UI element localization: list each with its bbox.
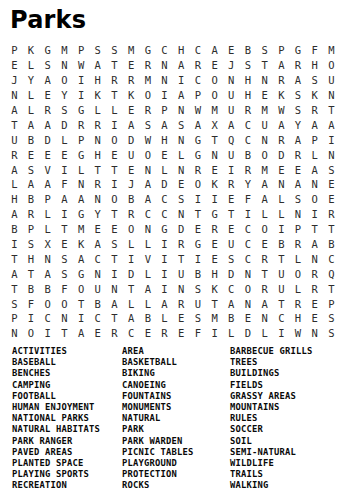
grid-cell: U <box>223 88 240 103</box>
grid-cell: D <box>156 177 173 192</box>
grid-cell: I <box>190 251 207 266</box>
grid-cell: M <box>56 43 73 58</box>
grid-cell: R <box>290 296 307 311</box>
grid-cell: F <box>56 177 73 192</box>
word-list-column-3: BARBECUE GRILLSTREESBUILDINGSFIELDSGRASS… <box>230 346 354 492</box>
grid-cell: I <box>190 192 207 207</box>
grid-cell: B <box>140 311 157 326</box>
grid-cell: B <box>240 43 257 58</box>
grid-cell: W <box>140 132 157 147</box>
grid-cell: M <box>206 103 223 118</box>
grid-cell: E <box>89 222 106 237</box>
grid-cell: N <box>56 58 73 73</box>
grid-cell: O <box>256 147 273 162</box>
page-title: Parks <box>10 6 86 34</box>
grid-cell: I <box>73 73 90 88</box>
grid-cell: E <box>206 58 223 73</box>
grid-cell: R <box>140 103 157 118</box>
grid-cell: M <box>256 103 273 118</box>
grid-cell: K <box>73 237 90 252</box>
grid-cell: Q <box>323 266 340 281</box>
word-list: ACTIVITIESBASEBALLBENCHESCAMPINGFOOTBALL… <box>12 346 354 492</box>
grid-cell: P <box>323 296 340 311</box>
grid-cell: S <box>106 237 123 252</box>
grid-cell: R <box>73 117 90 132</box>
word-list-item: FOOTBALL <box>12 391 122 402</box>
grid-cell: L <box>140 296 157 311</box>
word-list-item: BASKETBALL <box>122 357 230 368</box>
grid-cell: T <box>323 222 340 237</box>
grid-cell: T <box>106 311 123 326</box>
grid-cell: T <box>89 162 106 177</box>
grid-cell: O <box>23 326 40 341</box>
grid-cell: N <box>256 132 273 147</box>
word-list-column-2: AREABASKETBALLBIKINGCANOEINGFOUNTAINSMON… <box>122 346 230 492</box>
grid-cell: A <box>223 296 240 311</box>
grid-cell: N <box>39 251 56 266</box>
grid-cell: R <box>290 237 307 252</box>
grid-cell: S <box>173 117 190 132</box>
grid-cell: N <box>256 73 273 88</box>
grid-cell: M <box>256 162 273 177</box>
grid-cell: O <box>56 296 73 311</box>
grid-cell: R <box>273 132 290 147</box>
grid-cell: V <box>39 162 56 177</box>
word-list-item: WALKING <box>230 480 354 491</box>
grid-cell: L <box>223 326 240 341</box>
grid-cell: N <box>206 147 223 162</box>
grid-cell: A <box>39 73 56 88</box>
grid-cell: N <box>89 192 106 207</box>
grid-cell: C <box>156 192 173 207</box>
word-list-item: BENCHES <box>12 368 122 379</box>
grid-cell: U <box>6 132 23 147</box>
grid-cell: E <box>56 237 73 252</box>
grid-cell: A <box>23 117 40 132</box>
grid-cell: U <box>173 266 190 281</box>
word-list-item: AREA <box>122 346 230 357</box>
grid-cell: O <box>256 222 273 237</box>
grid-cell: G <box>39 43 56 58</box>
grid-cell: T <box>23 266 40 281</box>
grid-cell: N <box>323 147 340 162</box>
grid-cell: P <box>23 222 40 237</box>
grid-cell: H <box>240 73 257 88</box>
grid-cell: Y <box>290 117 307 132</box>
grid-cell: C <box>190 73 207 88</box>
grid-cell: A <box>23 177 40 192</box>
grid-cell: T <box>223 207 240 222</box>
grid-cell: A <box>156 296 173 311</box>
grid-cell: P <box>273 43 290 58</box>
grid-cell: A <box>123 311 140 326</box>
grid-cell: C <box>190 43 207 58</box>
grid-cell: M <box>123 43 140 58</box>
grid-cell: T <box>106 88 123 103</box>
word-list-item: FIELDS <box>230 380 354 391</box>
word-list-item: NATURAL <box>122 413 230 424</box>
grid-cell: P <box>6 43 23 58</box>
grid-cell: S <box>256 43 273 58</box>
grid-cell: L <box>23 88 40 103</box>
grid-cell: R <box>123 207 140 222</box>
grid-cell: G <box>190 237 207 252</box>
grid-cell: S <box>56 103 73 118</box>
grid-cell: E <box>39 147 56 162</box>
grid-cell: T <box>273 251 290 266</box>
grid-cell: H <box>290 311 307 326</box>
grid-cell: B <box>323 237 340 252</box>
grid-cell: C <box>156 207 173 222</box>
grid-cell: R <box>290 147 307 162</box>
word-list-item: BUILDINGS <box>230 368 354 379</box>
grid-cell: O <box>190 177 207 192</box>
grid-cell: O <box>106 132 123 147</box>
grid-cell: I <box>156 251 173 266</box>
grid-cell: L <box>273 192 290 207</box>
grid-cell: C <box>240 117 257 132</box>
grid-cell: C <box>240 237 257 252</box>
grid-cell: C <box>123 326 140 341</box>
grid-cell: A <box>290 177 307 192</box>
grid-cell: E <box>190 222 207 237</box>
grid-cell: B <box>273 237 290 252</box>
grid-cell: H <box>306 58 323 73</box>
grid-cell: R <box>89 117 106 132</box>
grid-cell: I <box>106 177 123 192</box>
grid-cell: K <box>23 43 40 58</box>
grid-cell: U <box>123 147 140 162</box>
grid-cell: A <box>6 162 23 177</box>
grid-cell: L <box>123 296 140 311</box>
grid-cell: E <box>56 147 73 162</box>
grid-cell: G <box>290 43 307 58</box>
grid-cell: S <box>23 237 40 252</box>
grid-cell: N <box>89 132 106 147</box>
grid-cell: O <box>206 73 223 88</box>
grid-cell: A <box>106 296 123 311</box>
grid-cell: G <box>190 147 207 162</box>
grid-cell: F <box>56 281 73 296</box>
grid-cell: E <box>123 58 140 73</box>
grid-cell: A <box>290 73 307 88</box>
grid-cell: D <box>123 132 140 147</box>
grid-cell: N <box>140 222 157 237</box>
grid-cell: A <box>6 103 23 118</box>
grid-cell: S <box>290 103 307 118</box>
grid-cell: E <box>23 147 40 162</box>
word-list-item: SOCCER <box>230 424 354 435</box>
grid-cell: T <box>173 251 190 266</box>
grid-cell: E <box>206 251 223 266</box>
grid-cell: F <box>190 326 207 341</box>
grid-cell: S <box>190 281 207 296</box>
grid-cell: L <box>290 281 307 296</box>
grid-cell: N <box>223 73 240 88</box>
grid-cell: A <box>39 266 56 281</box>
grid-cell: M <box>73 222 90 237</box>
grid-cell: E <box>173 326 190 341</box>
grid-cell: O <box>106 192 123 207</box>
grid-cell: I <box>156 88 173 103</box>
grid-cell: B <box>6 222 23 237</box>
grid-cell: G <box>190 132 207 147</box>
grid-cell: P <box>290 222 307 237</box>
grid-cell: A <box>123 117 140 132</box>
grid-cell: N <box>273 177 290 192</box>
word-list-item: PARK RANGER <box>12 436 122 447</box>
grid-cell: K <box>206 177 223 192</box>
grid-cell: I <box>73 311 90 326</box>
grid-cell: R <box>206 222 223 237</box>
grid-cell: N <box>156 73 173 88</box>
grid-cell: A <box>56 192 73 207</box>
grid-cell: R <box>256 251 273 266</box>
grid-cell: N <box>256 311 273 326</box>
grid-cell: I <box>56 207 73 222</box>
grid-cell: J <box>6 73 23 88</box>
grid-cell: W <box>290 326 307 341</box>
grid-cell: E <box>323 192 340 207</box>
grid-cell: E <box>206 237 223 252</box>
grid-cell: A <box>6 266 23 281</box>
grid-cell: E <box>256 88 273 103</box>
grid-cell: E <box>223 192 240 207</box>
grid-cell: T <box>306 222 323 237</box>
grid-cell: E <box>140 326 157 341</box>
grid-cell: G <box>73 266 90 281</box>
grid-cell: C <box>156 43 173 58</box>
grid-cell: I <box>123 251 140 266</box>
grid-cell: E <box>323 177 340 192</box>
grid-cell: L <box>56 132 73 147</box>
grid-cell: O <box>140 147 157 162</box>
word-list-item: PAVED AREAS <box>12 447 122 458</box>
grid-cell: L <box>156 311 173 326</box>
grid-cell: E <box>240 311 257 326</box>
grid-cell: I <box>106 117 123 132</box>
grid-cell: I <box>273 222 290 237</box>
grid-cell: G <box>206 207 223 222</box>
grid-cell: C <box>240 132 257 147</box>
grid-cell: T <box>190 207 207 222</box>
grid-cell: L <box>290 251 307 266</box>
grid-cell: D <box>123 266 140 281</box>
grid-cell: S <box>223 251 240 266</box>
grid-cell: N <box>240 296 257 311</box>
grid-cell: B <box>23 132 40 147</box>
grid-cell: F <box>306 43 323 58</box>
grid-cell: E <box>123 162 140 177</box>
grid-cell: N <box>306 326 323 341</box>
grid-cell: T <box>323 281 340 296</box>
grid-cell: I <box>173 73 190 88</box>
grid-cell: P <box>306 132 323 147</box>
grid-cell: S <box>240 58 257 73</box>
grid-cell: A <box>73 251 90 266</box>
grid-cell: R <box>173 237 190 252</box>
grid-cell: C <box>240 251 257 266</box>
grid-cell: T <box>206 132 223 147</box>
word-list-item: SEMI-NATURAL <box>230 447 354 458</box>
grid-cell: N <box>173 162 190 177</box>
grid-cell: A <box>256 296 273 311</box>
grid-cell: L <box>6 177 23 192</box>
grid-cell: A <box>89 58 106 73</box>
grid-cell: R <box>106 73 123 88</box>
grid-cell: L <box>140 266 157 281</box>
word-search-grid: PKGMPSSMGCHCAEBSPGFMELSNWATERNAREJSTARHO… <box>6 43 340 341</box>
grid-cell: E <box>39 88 56 103</box>
word-list-item: PLAYING SPORTS <box>12 469 122 480</box>
grid-cell: U <box>89 281 106 296</box>
grid-cell: H <box>89 147 106 162</box>
grid-cell: U <box>223 237 240 252</box>
grid-cell: S <box>323 326 340 341</box>
grid-cell: I <box>206 326 223 341</box>
grid-cell: A <box>140 281 157 296</box>
grid-cell: L <box>273 207 290 222</box>
grid-cell: L <box>173 147 190 162</box>
grid-cell: E <box>223 43 240 58</box>
grid-cell: N <box>173 207 190 222</box>
grid-cell: I <box>73 88 90 103</box>
grid-cell: E <box>89 326 106 341</box>
grid-cell: R <box>290 58 307 73</box>
grid-cell: C <box>89 251 106 266</box>
grid-cell: N <box>290 207 307 222</box>
grid-cell: A <box>256 192 273 207</box>
grid-cell: Y <box>89 207 106 222</box>
word-list-item: PROTECTION <box>122 469 230 480</box>
grid-cell: R <box>23 207 40 222</box>
grid-cell: A <box>39 177 56 192</box>
grid-cell: M <box>323 43 340 58</box>
word-list-item: PLANTED SPACE <box>12 458 122 469</box>
grid-cell: C <box>140 207 157 222</box>
grid-cell: H <box>156 132 173 147</box>
grid-cell: S <box>323 162 340 177</box>
word-list-item: BARBECUE GRILLS <box>230 346 354 357</box>
grid-cell: S <box>290 192 307 207</box>
grid-cell: T <box>323 103 340 118</box>
grid-cell: E <box>6 58 23 73</box>
word-list-item: RULES <box>230 413 354 424</box>
grid-cell: D <box>56 117 73 132</box>
grid-cell: N <box>240 266 257 281</box>
grid-cell: T <box>56 222 73 237</box>
grid-cell: B <box>89 296 106 311</box>
grid-cell: P <box>39 192 56 207</box>
grid-cell: A <box>306 237 323 252</box>
grid-cell: N <box>173 281 190 296</box>
grid-cell: C <box>39 311 56 326</box>
grid-cell: A <box>306 162 323 177</box>
grid-cell: C <box>323 251 340 266</box>
grid-cell: R <box>140 58 157 73</box>
grid-cell: C <box>273 311 290 326</box>
grid-cell: B <box>223 311 240 326</box>
grid-cell: T <box>73 296 90 311</box>
grid-cell: C <box>89 311 106 326</box>
grid-cell: I <box>206 192 223 207</box>
grid-cell: A <box>223 117 240 132</box>
grid-cell: E <box>206 162 223 177</box>
grid-cell: S <box>290 88 307 103</box>
grid-cell: R <box>306 103 323 118</box>
grid-cell: Y <box>240 177 257 192</box>
grid-cell: A <box>290 132 307 147</box>
grid-cell: A <box>73 326 90 341</box>
grid-cell: I <box>106 266 123 281</box>
grid-cell: T <box>256 266 273 281</box>
grid-cell: X <box>39 237 56 252</box>
word-list-column-1: ACTIVITIESBASEBALLBENCHESCAMPINGFOOTBALL… <box>12 346 122 492</box>
grid-cell: N <box>323 88 340 103</box>
grid-cell: N <box>6 326 23 341</box>
grid-cell: R <box>256 281 273 296</box>
grid-cell: O <box>123 222 140 237</box>
grid-cell: O <box>56 73 73 88</box>
grid-cell: D <box>240 326 257 341</box>
grid-cell: A <box>306 117 323 132</box>
grid-cell: L <box>256 326 273 341</box>
word-list-item: BIKING <box>122 368 230 379</box>
grid-cell: P <box>6 311 23 326</box>
grid-cell: I <box>56 162 73 177</box>
grid-cell: S <box>23 162 40 177</box>
grid-cell: G <box>140 43 157 58</box>
grid-cell: F <box>240 192 257 207</box>
grid-cell: A <box>273 58 290 73</box>
grid-cell: L <box>123 237 140 252</box>
grid-cell: H <box>6 192 23 207</box>
grid-cell: E <box>106 222 123 237</box>
grid-cell: P <box>73 132 90 147</box>
grid-cell: O <box>140 88 157 103</box>
word-list-item: CANOEING <box>122 380 230 391</box>
grid-cell: R <box>323 207 340 222</box>
grid-cell: S <box>140 117 157 132</box>
grid-cell: R <box>156 326 173 341</box>
grid-cell: A <box>173 58 190 73</box>
grid-cell: R <box>173 296 190 311</box>
grid-cell: S <box>56 266 73 281</box>
grid-cell: G <box>156 222 173 237</box>
grid-cell: N <box>306 177 323 192</box>
grid-cell: K <box>206 281 223 296</box>
grid-cell: L <box>89 103 106 118</box>
grid-cell: S <box>56 251 73 266</box>
word-list-item: ROCKS <box>122 480 230 491</box>
grid-cell: P <box>190 88 207 103</box>
grid-cell: S <box>89 43 106 58</box>
grid-cell: R <box>106 326 123 341</box>
grid-cell: A <box>173 88 190 103</box>
grid-cell: T <box>273 296 290 311</box>
grid-cell: H <box>173 43 190 58</box>
grid-cell: J <box>123 177 140 192</box>
grid-cell: C <box>223 281 240 296</box>
grid-cell: J <box>223 58 240 73</box>
grid-cell: E <box>156 147 173 162</box>
grid-cell: R <box>223 177 240 192</box>
grid-cell: L <box>156 162 173 177</box>
grid-cell: Y <box>56 88 73 103</box>
grid-cell: A <box>39 117 56 132</box>
word-list-item: ACTIVITIES <box>12 346 122 357</box>
grid-cell: Q <box>223 132 240 147</box>
